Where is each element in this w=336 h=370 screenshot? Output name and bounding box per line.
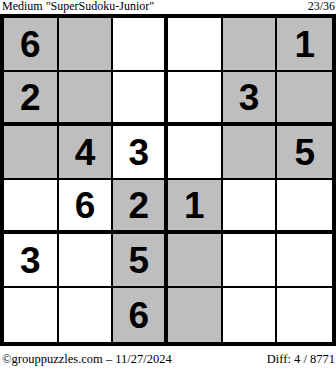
cell-r3c5[interactable] bbox=[223, 126, 278, 180]
cell-r2c3[interactable] bbox=[113, 72, 168, 126]
cell-r1c4[interactable] bbox=[168, 18, 223, 72]
cell-r6c5[interactable] bbox=[223, 288, 278, 342]
cell-r4c6[interactable] bbox=[277, 180, 332, 234]
cell-r4c5[interactable] bbox=[223, 180, 278, 234]
cell-r5c5[interactable] bbox=[223, 234, 278, 288]
puzzle-title: Medium "SuperSudoku-Junior" bbox=[2, 0, 154, 13]
copyright-text: ©grouppuzzles.com – 11/27/2024 bbox=[2, 352, 172, 367]
difficulty-text: Diff: 4 / 8771 bbox=[267, 352, 335, 367]
sudoku-board: 6123435621356 bbox=[0, 14, 336, 346]
cell-r4c2[interactable]: 6 bbox=[59, 180, 114, 234]
cell-r1c3[interactable] bbox=[113, 18, 168, 72]
cell-r5c1[interactable]: 3 bbox=[4, 234, 59, 288]
cell-r3c1[interactable] bbox=[4, 126, 59, 180]
cell-r6c4[interactable] bbox=[168, 288, 223, 342]
cell-r6c6[interactable] bbox=[277, 288, 332, 342]
cell-r2c6[interactable] bbox=[277, 72, 332, 126]
cell-r4c1[interactable] bbox=[4, 180, 59, 234]
cell-r5c4[interactable] bbox=[168, 234, 223, 288]
cell-r3c4[interactable] bbox=[168, 126, 223, 180]
cell-r1c2[interactable] bbox=[59, 18, 114, 72]
cell-r2c4[interactable] bbox=[168, 72, 223, 126]
cell-r3c2[interactable]: 4 bbox=[59, 126, 114, 180]
cell-r3c3[interactable]: 3 bbox=[113, 126, 168, 180]
cell-r2c5[interactable]: 3 bbox=[223, 72, 278, 126]
cell-r6c2[interactable] bbox=[59, 288, 114, 342]
cell-r3c6[interactable]: 5 bbox=[277, 126, 332, 180]
cell-r1c5[interactable] bbox=[223, 18, 278, 72]
cell-r1c1[interactable]: 6 bbox=[4, 18, 59, 72]
footer: ©grouppuzzles.com – 11/27/2024 Diff: 4 /… bbox=[2, 352, 335, 368]
cell-r2c1[interactable]: 2 bbox=[4, 72, 59, 126]
cell-r5c6[interactable] bbox=[277, 234, 332, 288]
remaining-counter: 23/36 bbox=[308, 0, 335, 13]
cell-r6c3[interactable]: 6 bbox=[113, 288, 168, 342]
cell-r2c2[interactable] bbox=[59, 72, 114, 126]
cell-r4c3[interactable]: 2 bbox=[113, 180, 168, 234]
cell-r5c3[interactable]: 5 bbox=[113, 234, 168, 288]
cell-r1c6[interactable]: 1 bbox=[277, 18, 332, 72]
header: Medium "SuperSudoku-Junior" 23/36 bbox=[2, 0, 335, 13]
cell-r5c2[interactable] bbox=[59, 234, 114, 288]
cell-r6c1[interactable] bbox=[4, 288, 59, 342]
cell-r4c4[interactable]: 1 bbox=[168, 180, 223, 234]
